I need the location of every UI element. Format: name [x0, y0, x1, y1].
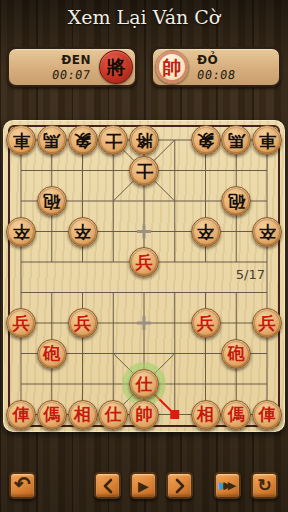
piece-帥[interactable]: 帥	[129, 400, 159, 430]
piece-車[interactable]: 車	[252, 125, 282, 155]
move-counter: 5/17	[236, 267, 265, 282]
piece-仕[interactable]: 仕	[129, 369, 159, 399]
piece-兵[interactable]: 兵	[129, 247, 159, 277]
piece-卒[interactable]: 卒	[252, 217, 282, 247]
piece-傌[interactable]: 傌	[221, 400, 251, 430]
piece-兵[interactable]: 兵	[191, 308, 221, 338]
next-move-button[interactable]	[166, 472, 193, 499]
piece-士[interactable]: 士	[129, 156, 159, 186]
play-icon: ▶	[138, 478, 149, 494]
red-player-clock: 00:08	[196, 69, 236, 81]
fast-forward-button[interactable]: ▶▶▶	[214, 472, 241, 499]
black-player-panel: ĐEN 00:07 將	[7, 47, 137, 87]
black-general-disc-icon: 將	[99, 50, 133, 84]
undo-arrow-icon: ↶	[14, 472, 31, 496]
piece-車[interactable]: 車	[6, 125, 36, 155]
replay-icon: ↻	[257, 475, 271, 496]
replay-button[interactable]: ↻	[251, 472, 278, 499]
piece-相[interactable]: 相	[68, 400, 98, 430]
undo-button[interactable]: ↶	[9, 472, 36, 499]
play-button[interactable]: ▶	[130, 472, 157, 499]
piece-馬[interactable]: 馬	[37, 125, 67, 155]
piece-仕[interactable]: 仕	[98, 400, 128, 430]
piece-卒[interactable]: 卒	[191, 217, 221, 247]
page-title: Xem Lại Ván Cờ	[0, 6, 288, 28]
piece-兵[interactable]: 兵	[6, 308, 36, 338]
piece-象[interactable]: 象	[191, 125, 221, 155]
piece-相[interactable]: 相	[191, 400, 221, 430]
piece-俥[interactable]: 俥	[252, 400, 282, 430]
piece-卒[interactable]: 卒	[6, 217, 36, 247]
app-screen: Xem Lại Ván Cờ ĐEN 00:07 將 帥 ĐỎ 00:08 5/…	[0, 0, 288, 512]
black-player-name: ĐEN	[52, 54, 91, 66]
piece-將[interactable]: 將	[129, 125, 159, 155]
xiangqi-board[interactable]: 5/17 車馬象士將象馬車士砲砲卒卒卒卒兵兵兵兵兵砲砲仕俥傌相仕帥相傌俥	[3, 120, 285, 432]
fast-forward-icon: ▶▶▶	[219, 479, 236, 492]
red-player-name: ĐỎ	[197, 54, 236, 66]
piece-象[interactable]: 象	[68, 125, 98, 155]
black-player-info: ĐEN 00:07	[52, 54, 91, 81]
black-player-clock: 00:07	[52, 69, 92, 81]
chevron-left-icon	[102, 478, 114, 494]
previous-move-button[interactable]	[94, 472, 121, 499]
chevron-right-icon	[174, 478, 186, 494]
red-player-info: ĐỎ 00:08	[197, 54, 236, 81]
piece-兵[interactable]: 兵	[68, 308, 98, 338]
piece-俥[interactable]: 俥	[6, 400, 36, 430]
piece-砲[interactable]: 砲	[221, 339, 251, 369]
piece-傌[interactable]: 傌	[37, 400, 67, 430]
piece-砲[interactable]: 砲	[37, 186, 67, 216]
last-move-origin-marker	[170, 410, 179, 419]
piece-兵[interactable]: 兵	[252, 308, 282, 338]
red-general-disc-icon: 帥	[155, 50, 189, 84]
piece-卒[interactable]: 卒	[68, 217, 98, 247]
red-player-panel: 帥 ĐỎ 00:08	[151, 47, 281, 87]
piece-砲[interactable]: 砲	[37, 339, 67, 369]
